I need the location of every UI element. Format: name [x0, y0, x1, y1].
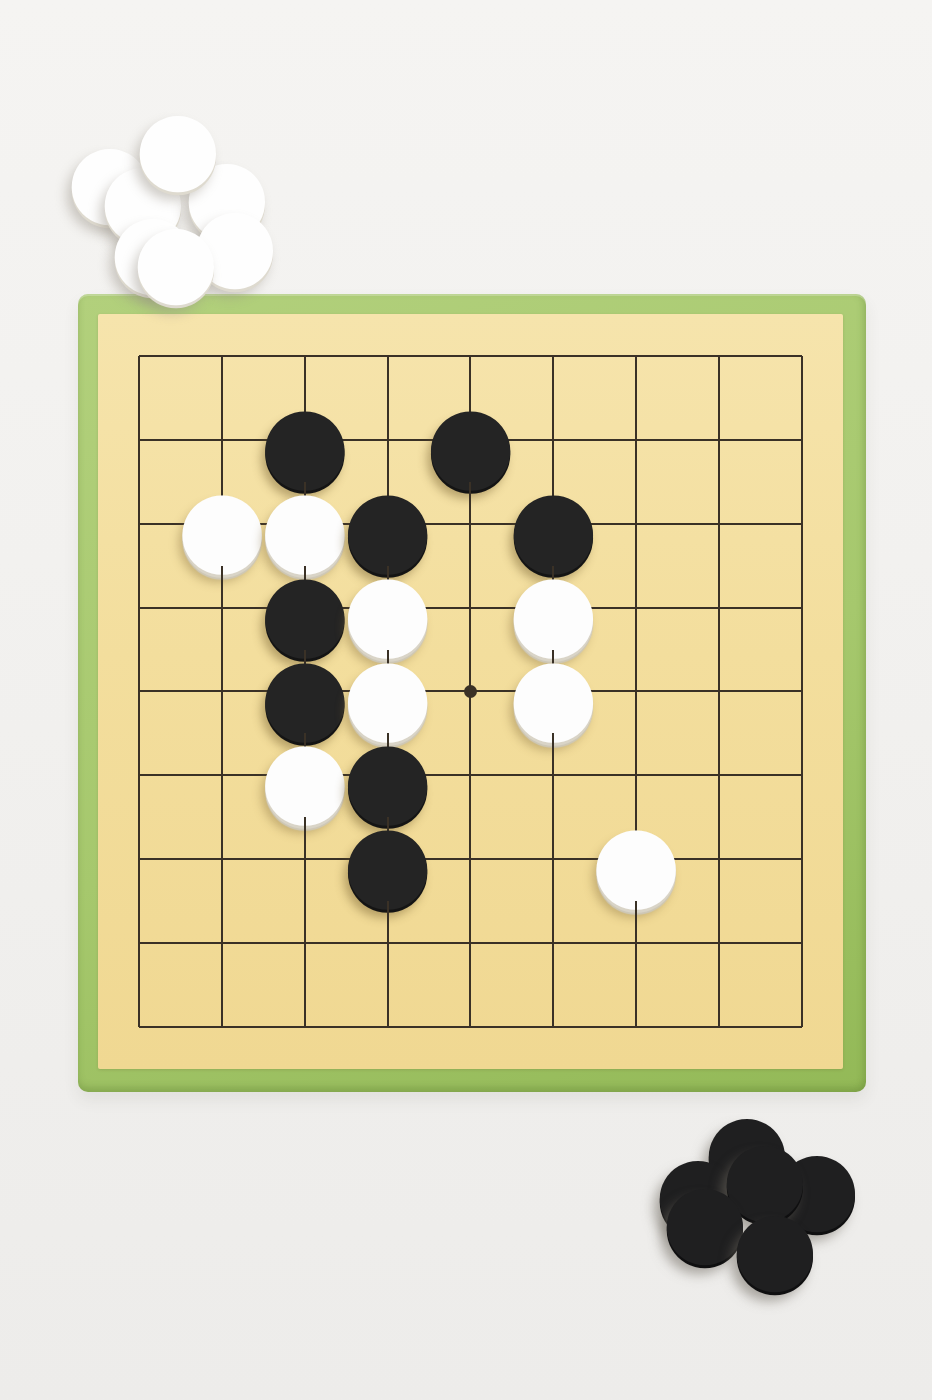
intersection-H9[interactable]	[677, 314, 760, 398]
go-board: ▲ ▼ ●●●●●●●●●●●●●●●●	[78, 294, 866, 1092]
grid-line-vertical	[635, 650, 637, 734]
white-stone-C4[interactable]: ●	[264, 735, 347, 819]
intersection-J2[interactable]	[760, 901, 843, 985]
intersection-C3[interactable]	[264, 817, 347, 901]
grid-line-vertical	[552, 901, 554, 985]
grid-line-vertical	[718, 985, 720, 1027]
intersection-H8[interactable]	[677, 398, 760, 482]
intersection-F1[interactable]	[512, 985, 595, 1069]
intersection-J8[interactable]	[760, 398, 843, 482]
grid-line-horizontal	[139, 1026, 180, 1028]
intersection-B1[interactable]	[181, 985, 264, 1069]
black-stone-D3[interactable]: ●	[346, 819, 429, 903]
grid-line-vertical	[635, 482, 637, 566]
grid-line-vertical	[552, 356, 554, 398]
intersection-B3[interactable]	[181, 817, 264, 901]
intersection-F2[interactable]	[512, 901, 595, 985]
grid-line-vertical	[718, 566, 720, 650]
grid-line-vertical	[718, 733, 720, 817]
intersection-D1[interactable]	[346, 985, 429, 1069]
grid-line-horizontal	[760, 942, 801, 944]
white-stone-G3[interactable]: ●	[595, 819, 678, 903]
intersection-G3[interactable]: ●	[595, 817, 678, 901]
grid-line-horizontal	[139, 690, 180, 692]
intersection-D2[interactable]	[346, 901, 429, 985]
grid-line-vertical	[718, 901, 720, 985]
intersection-G7[interactable]	[595, 482, 678, 566]
intersection-D9[interactable]	[346, 314, 429, 398]
intersection-A2[interactable]	[98, 901, 181, 985]
intersection-H6[interactable]	[677, 566, 760, 650]
grid-line-vertical	[552, 733, 554, 817]
intersection-H5[interactable]	[677, 650, 760, 734]
grid-line-horizontal	[760, 1026, 801, 1028]
white-stone-B7[interactable]: ●	[181, 484, 264, 568]
grid-line-vertical	[138, 356, 140, 398]
black-pile-stone[interactable]: ●	[731, 1196, 818, 1296]
grid-line-vertical	[718, 650, 720, 734]
grid-line-vertical	[635, 985, 637, 1027]
grid-line-vertical	[469, 733, 471, 817]
grid-line-vertical	[718, 817, 720, 901]
grid-line-vertical	[221, 985, 223, 1027]
intersection-B6[interactable]	[181, 566, 264, 650]
grid-line-vertical	[718, 398, 720, 482]
star-point-tengen	[464, 685, 477, 698]
grid-line-vertical	[138, 985, 140, 1027]
intersection-E4[interactable]	[429, 733, 512, 817]
grid-line-vertical	[221, 566, 223, 650]
grid-line-vertical	[221, 901, 223, 985]
grid-line-vertical	[635, 901, 637, 985]
intersection-C4[interactable]: ●	[264, 733, 347, 817]
intersection-G5[interactable]	[595, 650, 678, 734]
intersection-G6[interactable]	[595, 566, 678, 650]
board-grid: ●●●●●●●●●●●●●●●●	[98, 314, 843, 1069]
grid-line-vertical	[138, 650, 140, 734]
grid-line-vertical	[138, 398, 140, 482]
intersection-J7[interactable]	[760, 482, 843, 566]
intersection-A9[interactable]	[98, 314, 181, 398]
intersection-J6[interactable]	[760, 566, 843, 650]
white-pile-stone[interactable]: ●	[132, 209, 219, 309]
intersection-E1[interactable]	[429, 985, 512, 1069]
grid-line-vertical	[387, 985, 389, 1027]
intersection-A1[interactable]	[98, 985, 181, 1069]
intersection-H3[interactable]	[677, 817, 760, 901]
intersection-A3[interactable]	[98, 817, 181, 901]
intersection-J9[interactable]	[760, 314, 843, 398]
intersection-C2[interactable]	[264, 901, 347, 985]
board-surface: ●●●●●●●●●●●●●●●●	[98, 314, 843, 1069]
intersection-J5[interactable]	[760, 650, 843, 734]
grid-line-vertical	[801, 650, 803, 734]
intersection-B9[interactable]	[181, 314, 264, 398]
grid-line-vertical	[304, 817, 306, 901]
intersection-E6[interactable]	[429, 566, 512, 650]
grid-line-vertical	[801, 566, 803, 650]
intersection-H4[interactable]	[677, 733, 760, 817]
intersection-B4[interactable]	[181, 733, 264, 817]
intersection-F9[interactable]	[512, 314, 595, 398]
grid-line-vertical	[221, 817, 223, 901]
grid-line-vertical	[635, 398, 637, 482]
grid-line-vertical	[387, 356, 389, 398]
grid-line-vertical	[801, 733, 803, 817]
intersection-D3[interactable]: ●	[346, 817, 429, 901]
grid-line-vertical	[469, 482, 471, 566]
grid-line-vertical	[221, 356, 223, 398]
intersection-F4[interactable]	[512, 733, 595, 817]
grid-line-horizontal	[139, 355, 180, 357]
grid-line-vertical	[469, 817, 471, 901]
grid-line-horizontal	[760, 607, 801, 609]
intersection-G1[interactable]	[595, 985, 678, 1069]
intersection-E8[interactable]: ●	[429, 398, 512, 482]
grid-line-vertical	[801, 356, 803, 398]
intersection-H2[interactable]	[677, 901, 760, 985]
intersection-J4[interactable]	[760, 733, 843, 817]
grid-line-horizontal	[139, 523, 180, 525]
grid-line-horizontal	[760, 523, 801, 525]
grid-line-horizontal	[139, 774, 180, 776]
grid-line-vertical	[801, 482, 803, 566]
grid-line-vertical	[801, 398, 803, 482]
grid-line-horizontal	[139, 858, 180, 860]
intersection-E5[interactable]	[429, 650, 512, 734]
intersection-F5[interactable]: ●	[512, 650, 595, 734]
black-stone-E8[interactable]: ●	[429, 400, 512, 484]
grid-line-vertical	[387, 901, 389, 985]
grid-line-horizontal	[139, 942, 180, 944]
grid-line-vertical	[304, 901, 306, 985]
intersection-E2[interactable]	[429, 901, 512, 985]
intersection-B2[interactable]	[181, 901, 264, 985]
grid-line-vertical	[801, 985, 803, 1027]
white-pile-stone[interactable]: ●	[134, 96, 221, 196]
grid-line-vertical	[221, 733, 223, 817]
grid-line-horizontal	[760, 774, 801, 776]
grid-line-vertical	[304, 985, 306, 1027]
grid-line-vertical	[138, 817, 140, 901]
intersection-A8[interactable]	[98, 398, 181, 482]
intersection-A6[interactable]	[98, 566, 181, 650]
grid-line-vertical	[718, 356, 720, 398]
intersection-H7[interactable]	[677, 482, 760, 566]
intersection-A5[interactable]	[98, 650, 181, 734]
intersection-G8[interactable]	[595, 398, 678, 482]
grid-line-vertical	[552, 817, 554, 901]
grid-line-horizontal	[760, 690, 801, 692]
grid-line-vertical	[469, 566, 471, 650]
grid-line-vertical	[469, 985, 471, 1027]
intersection-E7[interactable]	[429, 482, 512, 566]
photo-backdrop: ●●●●●●● ▲ ▼ ●●●●●●●●●●●●●●●● ●●●●●●	[0, 0, 932, 1400]
intersection-E3[interactable]	[429, 817, 512, 901]
grid-line-horizontal	[760, 858, 801, 860]
intersection-F3[interactable]	[512, 817, 595, 901]
grid-line-horizontal	[760, 439, 801, 441]
grid-line-vertical	[138, 901, 140, 985]
grid-line-horizontal	[760, 355, 801, 357]
grid-line-vertical	[718, 482, 720, 566]
grid-line-vertical	[138, 482, 140, 566]
grid-line-horizontal	[139, 439, 180, 441]
intersection-G2[interactable]	[595, 901, 678, 985]
intersection-B5[interactable]	[181, 650, 264, 734]
grid-line-vertical	[138, 733, 140, 817]
intersection-H1[interactable]	[677, 985, 760, 1069]
grid-line-vertical	[635, 356, 637, 398]
grid-line-vertical	[138, 566, 140, 650]
grid-line-vertical	[221, 650, 223, 734]
intersection-B7[interactable]: ●	[181, 482, 264, 566]
intersection-J3[interactable]	[760, 817, 843, 901]
grid-line-horizontal	[139, 607, 180, 609]
intersection-A4[interactable]	[98, 733, 181, 817]
grid-line-vertical	[552, 985, 554, 1027]
grid-line-vertical	[469, 901, 471, 985]
grid-line-vertical	[635, 566, 637, 650]
intersection-J1[interactable]	[760, 985, 843, 1069]
intersection-C1[interactable]	[264, 985, 347, 1069]
grid-line-vertical	[801, 817, 803, 901]
grid-line-vertical	[801, 901, 803, 985]
white-stone-F5[interactable]: ●	[512, 652, 595, 736]
intersection-A7[interactable]	[98, 482, 181, 566]
intersection-G9[interactable]	[595, 314, 678, 398]
